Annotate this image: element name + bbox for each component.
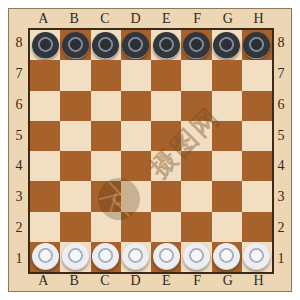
square-g1[interactable] bbox=[212, 242, 242, 272]
dark-piece-f8[interactable] bbox=[183, 32, 210, 59]
square-a7[interactable] bbox=[30, 60, 60, 90]
square-g2[interactable] bbox=[212, 212, 242, 242]
file-label-top-f: F bbox=[193, 12, 201, 26]
square-g5[interactable] bbox=[212, 121, 242, 151]
light-piece-h1[interactable] bbox=[243, 243, 270, 270]
rank-label-left-5: 5 bbox=[16, 129, 23, 143]
rank-label-right-2: 2 bbox=[278, 221, 285, 235]
square-h4[interactable] bbox=[242, 151, 272, 181]
square-c2[interactable] bbox=[91, 212, 121, 242]
rank-label-right-1: 1 bbox=[278, 252, 285, 266]
square-b6[interactable] bbox=[60, 91, 90, 121]
square-a4[interactable] bbox=[30, 151, 60, 181]
square-c1[interactable] bbox=[91, 242, 121, 272]
file-label-top-h: H bbox=[254, 12, 264, 26]
square-h3[interactable] bbox=[242, 181, 272, 211]
rank-label-right-4: 4 bbox=[278, 159, 285, 173]
square-a8[interactable] bbox=[30, 30, 60, 60]
light-piece-f1[interactable] bbox=[183, 243, 210, 270]
rank-label-left-2: 2 bbox=[16, 221, 23, 235]
light-piece-a1[interactable] bbox=[32, 243, 59, 270]
square-a2[interactable] bbox=[30, 212, 60, 242]
light-piece-d1[interactable] bbox=[122, 243, 149, 270]
rank-labels-right: 87654321 bbox=[273, 28, 289, 274]
square-a5[interactable] bbox=[30, 121, 60, 151]
square-h1[interactable] bbox=[242, 242, 272, 272]
square-c8[interactable] bbox=[91, 30, 121, 60]
square-d8[interactable] bbox=[121, 30, 151, 60]
square-h7[interactable] bbox=[242, 60, 272, 90]
rank-label-right-3: 3 bbox=[278, 190, 285, 204]
dark-piece-b8[interactable] bbox=[62, 32, 89, 59]
file-label-top-g: G bbox=[223, 12, 233, 26]
square-g3[interactable] bbox=[212, 181, 242, 211]
dark-piece-h8[interactable] bbox=[243, 32, 270, 59]
square-f1[interactable] bbox=[181, 242, 211, 272]
square-f2[interactable] bbox=[181, 212, 211, 242]
file-label-top-e: E bbox=[162, 12, 171, 26]
square-c5[interactable] bbox=[91, 121, 121, 151]
file-label-bottom-e: E bbox=[162, 274, 171, 288]
file-labels-bottom: ABCDEFGH bbox=[28, 273, 274, 289]
square-f5[interactable] bbox=[181, 121, 211, 151]
square-b2[interactable] bbox=[60, 212, 90, 242]
square-d1[interactable] bbox=[121, 242, 151, 272]
square-e4[interactable] bbox=[151, 151, 181, 181]
file-label-bottom-c: C bbox=[100, 274, 109, 288]
square-b4[interactable] bbox=[60, 151, 90, 181]
square-g8[interactable] bbox=[212, 30, 242, 60]
file-label-bottom-h: H bbox=[254, 274, 264, 288]
square-c7[interactable] bbox=[91, 60, 121, 90]
square-g7[interactable] bbox=[212, 60, 242, 90]
rank-label-right-8: 8 bbox=[278, 36, 285, 50]
square-d3[interactable] bbox=[121, 181, 151, 211]
checkers-board: ABCDEFGH ABCDEFGH 87654321 87654321 摄图网 bbox=[8, 8, 292, 292]
dark-piece-d8[interactable] bbox=[122, 32, 149, 59]
square-d4[interactable] bbox=[121, 151, 151, 181]
rank-label-right-5: 5 bbox=[278, 129, 285, 143]
file-label-bottom-f: F bbox=[193, 274, 201, 288]
square-b5[interactable] bbox=[60, 121, 90, 151]
file-labels-top: ABCDEFGH bbox=[28, 11, 274, 27]
rank-label-right-7: 7 bbox=[278, 67, 285, 81]
dark-piece-e8[interactable] bbox=[153, 32, 180, 59]
square-a1[interactable] bbox=[30, 242, 60, 272]
square-h5[interactable] bbox=[242, 121, 272, 151]
square-b3[interactable] bbox=[60, 181, 90, 211]
square-b1[interactable] bbox=[60, 242, 90, 272]
square-h6[interactable] bbox=[242, 91, 272, 121]
dark-piece-g8[interactable] bbox=[213, 32, 240, 59]
board-grid bbox=[28, 28, 274, 274]
square-g4[interactable] bbox=[212, 151, 242, 181]
rank-label-left-4: 4 bbox=[16, 159, 23, 173]
square-c4[interactable] bbox=[91, 151, 121, 181]
file-label-top-a: A bbox=[38, 12, 48, 26]
light-piece-g1[interactable] bbox=[213, 243, 240, 270]
rank-label-left-1: 1 bbox=[16, 252, 23, 266]
rank-label-left-3: 3 bbox=[16, 190, 23, 204]
light-piece-e1[interactable] bbox=[153, 243, 180, 270]
rank-label-right-6: 6 bbox=[278, 98, 285, 112]
square-f7[interactable] bbox=[181, 60, 211, 90]
file-label-bottom-a: A bbox=[38, 274, 48, 288]
file-label-top-b: B bbox=[69, 12, 78, 26]
light-piece-c1[interactable] bbox=[92, 243, 119, 270]
square-e5[interactable] bbox=[151, 121, 181, 151]
square-d6[interactable] bbox=[121, 91, 151, 121]
rank-label-left-7: 7 bbox=[16, 67, 23, 81]
rank-label-left-6: 6 bbox=[16, 98, 23, 112]
square-e6[interactable] bbox=[151, 91, 181, 121]
file-label-bottom-b: B bbox=[69, 274, 78, 288]
file-label-top-d: D bbox=[131, 12, 141, 26]
square-e3[interactable] bbox=[151, 181, 181, 211]
dark-piece-a8[interactable] bbox=[32, 32, 59, 59]
square-f8[interactable] bbox=[181, 30, 211, 60]
square-c6[interactable] bbox=[91, 91, 121, 121]
square-f4[interactable] bbox=[181, 151, 211, 181]
square-g6[interactable] bbox=[212, 91, 242, 121]
square-h2[interactable] bbox=[242, 212, 272, 242]
dark-piece-c8[interactable] bbox=[92, 32, 119, 59]
rank-labels-left: 87654321 bbox=[11, 28, 27, 274]
square-a3[interactable] bbox=[30, 181, 60, 211]
file-label-top-c: C bbox=[100, 12, 109, 26]
light-piece-b1[interactable] bbox=[62, 243, 89, 270]
file-label-bottom-d: D bbox=[131, 274, 141, 288]
square-e7[interactable] bbox=[151, 60, 181, 90]
square-e1[interactable] bbox=[151, 242, 181, 272]
square-d2[interactable] bbox=[121, 212, 151, 242]
square-d5[interactable] bbox=[121, 121, 151, 151]
square-f3[interactable] bbox=[181, 181, 211, 211]
square-e2[interactable] bbox=[151, 212, 181, 242]
rank-label-left-8: 8 bbox=[16, 36, 23, 50]
square-h8[interactable] bbox=[242, 30, 272, 60]
file-label-bottom-g: G bbox=[223, 274, 233, 288]
square-d7[interactable] bbox=[121, 60, 151, 90]
square-b7[interactable] bbox=[60, 60, 90, 90]
square-e8[interactable] bbox=[151, 30, 181, 60]
square-f6[interactable] bbox=[181, 91, 211, 121]
square-a6[interactable] bbox=[30, 91, 60, 121]
square-b8[interactable] bbox=[60, 30, 90, 60]
square-c3[interactable] bbox=[91, 181, 121, 211]
